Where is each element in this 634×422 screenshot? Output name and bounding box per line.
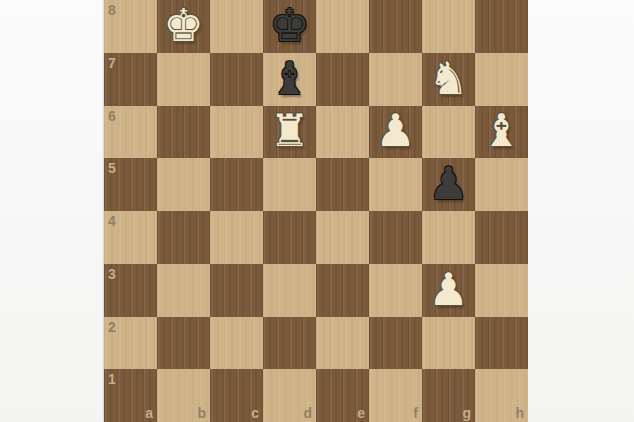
square-c3[interactable] (210, 264, 263, 317)
square-c8[interactable] (210, 0, 263, 53)
white-knight-g7[interactable]: ♞ (428, 56, 468, 101)
square-g4[interactable] (422, 211, 475, 264)
square-d7[interactable]: ♝ (263, 53, 316, 106)
white-rook-d6[interactable]: ♜ (269, 108, 309, 153)
square-g3[interactable]: ♟ (422, 264, 475, 317)
square-h1[interactable]: h (475, 369, 528, 422)
square-h6[interactable]: ♝ (475, 106, 528, 159)
square-b5[interactable] (157, 158, 210, 211)
square-e8[interactable] (316, 0, 369, 53)
square-h8[interactable] (475, 0, 528, 53)
square-a8[interactable]: 8 (104, 0, 157, 53)
square-g7[interactable]: ♞ (422, 53, 475, 106)
square-f8[interactable] (369, 0, 422, 53)
square-c1[interactable]: c (210, 369, 263, 422)
square-f4[interactable] (369, 211, 422, 264)
square-a5[interactable]: 5 (104, 158, 157, 211)
square-e5[interactable] (316, 158, 369, 211)
square-b4[interactable] (157, 211, 210, 264)
square-f3[interactable] (369, 264, 422, 317)
square-h5[interactable] (475, 158, 528, 211)
square-c4[interactable] (210, 211, 263, 264)
square-d5[interactable] (263, 158, 316, 211)
square-g2[interactable] (422, 317, 475, 370)
square-e1[interactable]: e (316, 369, 369, 422)
square-h2[interactable] (475, 317, 528, 370)
black-king-d8[interactable]: ♚ (269, 3, 309, 48)
square-b8[interactable]: ♚ (157, 0, 210, 53)
square-e4[interactable] (316, 211, 369, 264)
square-b3[interactable] (157, 264, 210, 317)
square-b7[interactable] (157, 53, 210, 106)
file-label-h: h (515, 405, 524, 421)
chess-board[interactable]: 8♚♚7♝♞6♜♟♝5♟43♟21abcdefgh (104, 0, 528, 422)
square-g8[interactable] (422, 0, 475, 53)
square-c2[interactable] (210, 317, 263, 370)
square-e3[interactable] (316, 264, 369, 317)
square-e2[interactable] (316, 317, 369, 370)
square-g1[interactable]: g (422, 369, 475, 422)
square-f2[interactable] (369, 317, 422, 370)
square-g6[interactable] (422, 106, 475, 159)
white-pawn-g3[interactable]: ♟ (428, 267, 468, 312)
square-h7[interactable] (475, 53, 528, 106)
rank-label-3: 3 (108, 266, 116, 282)
file-label-g: g (462, 405, 471, 421)
rank-label-2: 2 (108, 319, 116, 335)
square-a7[interactable]: 7 (104, 53, 157, 106)
square-a2[interactable]: 2 (104, 317, 157, 370)
square-b2[interactable] (157, 317, 210, 370)
rank-label-5: 5 (108, 160, 116, 176)
square-c6[interactable] (210, 106, 263, 159)
file-label-e: e (357, 405, 365, 421)
square-f7[interactable] (369, 53, 422, 106)
rank-label-8: 8 (108, 2, 116, 18)
file-label-c: c (251, 405, 259, 421)
square-a1[interactable]: 1a (104, 369, 157, 422)
square-d3[interactable] (263, 264, 316, 317)
square-d1[interactable]: d (263, 369, 316, 422)
square-e7[interactable] (316, 53, 369, 106)
black-bishop-d7[interactable]: ♝ (269, 56, 309, 101)
right-margin-band (528, 0, 634, 422)
file-label-b: b (197, 405, 206, 421)
square-d8[interactable]: ♚ (263, 0, 316, 53)
page-background: 8♚♚7♝♞6♜♟♝5♟43♟21abcdefgh (0, 0, 634, 422)
square-f6[interactable]: ♟ (369, 106, 422, 159)
square-a6[interactable]: 6 (104, 106, 157, 159)
black-pawn-g5[interactable]: ♟ (428, 161, 468, 206)
rank-label-4: 4 (108, 213, 116, 229)
square-h3[interactable] (475, 264, 528, 317)
square-d6[interactable]: ♜ (263, 106, 316, 159)
rank-label-6: 6 (108, 108, 116, 124)
white-bishop-h6[interactable]: ♝ (481, 108, 521, 153)
square-a4[interactable]: 4 (104, 211, 157, 264)
square-a3[interactable]: 3 (104, 264, 157, 317)
square-b6[interactable] (157, 106, 210, 159)
square-d4[interactable] (263, 211, 316, 264)
white-king-b8[interactable]: ♚ (163, 3, 203, 48)
square-c7[interactable] (210, 53, 263, 106)
square-b1[interactable]: b (157, 369, 210, 422)
square-d2[interactable] (263, 317, 316, 370)
square-f1[interactable]: f (369, 369, 422, 422)
square-g5[interactable]: ♟ (422, 158, 475, 211)
square-e6[interactable] (316, 106, 369, 159)
square-h4[interactable] (475, 211, 528, 264)
white-pawn-f6[interactable]: ♟ (375, 108, 415, 153)
left-margin-band (0, 0, 104, 422)
square-c5[interactable] (210, 158, 263, 211)
file-label-f: f (413, 405, 418, 421)
rank-label-7: 7 (108, 55, 116, 71)
file-label-d: d (303, 405, 312, 421)
rank-label-1: 1 (108, 371, 116, 387)
square-f5[interactable] (369, 158, 422, 211)
file-label-a: a (145, 405, 153, 421)
